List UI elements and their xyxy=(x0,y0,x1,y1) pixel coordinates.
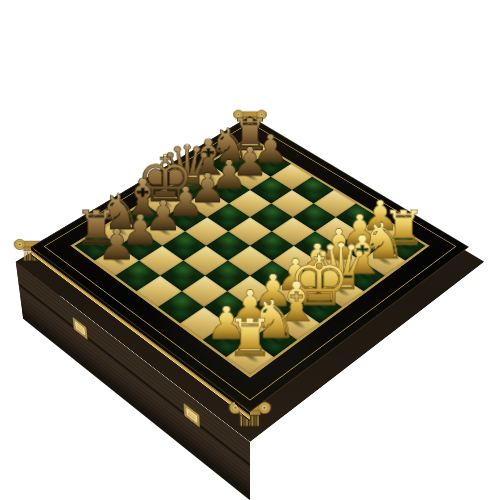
piece-bronze-pawn-h7: ♟ xyxy=(81,189,152,260)
board-and-case-3d: ♜♞♝♛♚♝♞♜♟♟♟♟♟♟♟♟♟♟♟♟♟♟♟♟♜♞♝♛♚♝♞♜ xyxy=(31,116,469,412)
bronze-pawn-glyph: ♟ xyxy=(98,228,136,260)
chess-set-product-photo: ♜♞♝♛♚♝♞♜♟♟♟♟♟♟♟♟♟♟♟♟♟♟♟♟♜♞♝♛♚♝♞♜ xyxy=(0,0,500,500)
case-clasp xyxy=(183,402,200,428)
case-clasp xyxy=(72,316,88,340)
perspective-stage: ♜♞♝♛♚♝♞♜♟♟♟♟♟♟♟♟♟♟♟♟♟♟♟♟♜♞♝♛♚♝♞♜ xyxy=(0,0,500,500)
gold-rook-glyph: ♜ xyxy=(227,317,274,356)
piece-gold-rook-h1: ♜ xyxy=(212,280,288,356)
